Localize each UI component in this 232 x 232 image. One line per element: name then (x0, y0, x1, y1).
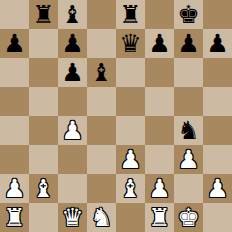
square-h4[interactable] (203, 116, 232, 145)
square-c7[interactable]: ♟ (58, 29, 87, 58)
square-h2[interactable]: ♟ (203, 174, 232, 203)
square-f8[interactable] (145, 0, 174, 29)
square-f3[interactable] (145, 145, 174, 174)
white-pawn[interactable]: ♟ (177, 145, 199, 174)
square-c5[interactable] (58, 87, 87, 116)
square-h7[interactable]: ♟ (203, 29, 232, 58)
square-c2[interactable] (58, 174, 87, 203)
white-pawn[interactable]: ♟ (119, 145, 141, 174)
square-e3[interactable]: ♟ (116, 145, 145, 174)
square-d1[interactable]: ♞ (87, 203, 116, 232)
square-a1[interactable]: ♜ (0, 203, 29, 232)
square-d6[interactable]: ♝ (87, 58, 116, 87)
square-g5[interactable] (174, 87, 203, 116)
white-pawn[interactable]: ♟ (61, 116, 83, 145)
square-f4[interactable] (145, 116, 174, 145)
square-g6[interactable] (174, 58, 203, 87)
square-a4[interactable] (0, 116, 29, 145)
black-pawn[interactable]: ♟ (206, 29, 228, 58)
square-a7[interactable]: ♟ (0, 29, 29, 58)
square-e1[interactable] (116, 203, 145, 232)
square-h8[interactable] (203, 0, 232, 29)
square-b6[interactable] (29, 58, 58, 87)
square-d4[interactable] (87, 116, 116, 145)
white-pawn[interactable]: ♟ (206, 174, 228, 203)
black-knight[interactable]: ♞ (177, 116, 199, 145)
chess-board: ♜♝♜♚♟♟♛♟♟♟♟♝♟♞♟♟♟♝♝♟♟♜♛♞♜♚ (0, 0, 232, 232)
square-b5[interactable] (29, 87, 58, 116)
white-bishop[interactable]: ♝ (32, 174, 54, 203)
square-e8[interactable]: ♜ (116, 0, 145, 29)
black-bishop[interactable]: ♝ (61, 0, 83, 29)
black-pawn[interactable]: ♟ (3, 29, 25, 58)
black-rook[interactable]: ♜ (119, 0, 141, 29)
square-d5[interactable] (87, 87, 116, 116)
square-c1[interactable]: ♛ (58, 203, 87, 232)
white-rook[interactable]: ♜ (148, 203, 170, 232)
square-f7[interactable]: ♟ (145, 29, 174, 58)
square-d2[interactable] (87, 174, 116, 203)
black-queen[interactable]: ♛ (119, 29, 141, 58)
square-a2[interactable]: ♟ (0, 174, 29, 203)
square-e5[interactable] (116, 87, 145, 116)
square-d8[interactable] (87, 0, 116, 29)
white-knight[interactable]: ♞ (90, 203, 112, 232)
square-a3[interactable] (0, 145, 29, 174)
black-pawn[interactable]: ♟ (177, 29, 199, 58)
square-h3[interactable] (203, 145, 232, 174)
square-a6[interactable] (0, 58, 29, 87)
square-a8[interactable] (0, 0, 29, 29)
white-pawn[interactable]: ♟ (148, 174, 170, 203)
square-f1[interactable]: ♜ (145, 203, 174, 232)
black-rook[interactable]: ♜ (32, 0, 54, 29)
square-g8[interactable]: ♚ (174, 0, 203, 29)
black-bishop[interactable]: ♝ (90, 58, 112, 87)
square-h5[interactable] (203, 87, 232, 116)
square-c4[interactable]: ♟ (58, 116, 87, 145)
square-e7[interactable]: ♛ (116, 29, 145, 58)
square-b1[interactable] (29, 203, 58, 232)
square-f6[interactable] (145, 58, 174, 87)
square-e6[interactable] (116, 58, 145, 87)
square-c8[interactable]: ♝ (58, 0, 87, 29)
square-g4[interactable]: ♞ (174, 116, 203, 145)
square-g2[interactable] (174, 174, 203, 203)
square-h1[interactable] (203, 203, 232, 232)
square-f2[interactable]: ♟ (145, 174, 174, 203)
square-b2[interactable]: ♝ (29, 174, 58, 203)
square-d3[interactable] (87, 145, 116, 174)
square-e2[interactable]: ♝ (116, 174, 145, 203)
black-pawn[interactable]: ♟ (61, 29, 83, 58)
black-pawn[interactable]: ♟ (148, 29, 170, 58)
square-b3[interactable] (29, 145, 58, 174)
square-g3[interactable]: ♟ (174, 145, 203, 174)
white-pawn[interactable]: ♟ (3, 174, 25, 203)
square-e4[interactable] (116, 116, 145, 145)
square-b8[interactable]: ♜ (29, 0, 58, 29)
square-f5[interactable] (145, 87, 174, 116)
white-queen[interactable]: ♛ (61, 203, 83, 232)
square-a5[interactable] (0, 87, 29, 116)
square-b7[interactable] (29, 29, 58, 58)
white-king[interactable]: ♚ (177, 203, 199, 232)
square-c6[interactable]: ♟ (58, 58, 87, 87)
square-g7[interactable]: ♟ (174, 29, 203, 58)
black-king[interactable]: ♚ (177, 0, 199, 29)
square-b4[interactable] (29, 116, 58, 145)
white-rook[interactable]: ♜ (3, 203, 25, 232)
square-c3[interactable] (58, 145, 87, 174)
black-pawn[interactable]: ♟ (61, 58, 83, 87)
square-d7[interactable] (87, 29, 116, 58)
white-bishop[interactable]: ♝ (119, 174, 141, 203)
square-h6[interactable] (203, 58, 232, 87)
square-g1[interactable]: ♚ (174, 203, 203, 232)
